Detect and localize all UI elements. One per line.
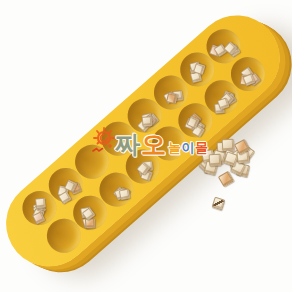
pile-cube <box>239 145 256 162</box>
die-stripe-mark <box>213 198 224 209</box>
pile-cube <box>222 149 238 165</box>
pile-cube <box>222 139 235 152</box>
pile-cube <box>218 171 234 187</box>
photo-stage: 짜오 놀이몰 <box>0 0 292 292</box>
pile-cube <box>203 161 218 176</box>
board-surface <box>0 0 292 284</box>
mancala-board <box>0 0 292 284</box>
pile-cube <box>199 157 216 174</box>
pile-cube <box>235 163 249 177</box>
pile-cube <box>212 150 227 165</box>
pile-cube <box>230 155 245 170</box>
seed-cube <box>166 92 178 104</box>
pile-cube <box>234 139 250 155</box>
pile-cube <box>230 160 246 176</box>
die[interactable] <box>212 197 226 211</box>
pile-cube <box>209 154 222 167</box>
pile-cube <box>201 149 215 163</box>
seed-cube <box>142 116 153 127</box>
pile-cube <box>231 147 248 164</box>
seed-cube <box>119 188 131 200</box>
seed-cube <box>35 197 46 208</box>
pile-cube <box>236 150 249 163</box>
pile-cube <box>216 142 229 155</box>
pile-cube <box>224 152 239 167</box>
